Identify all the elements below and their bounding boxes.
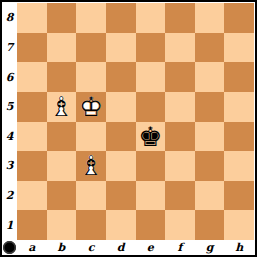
rank-label-5: 5 bbox=[2, 92, 17, 122]
square-b8[interactable] bbox=[47, 3, 77, 33]
square-f2[interactable] bbox=[165, 181, 195, 211]
file-label-c: c bbox=[76, 240, 106, 255]
square-h7[interactable] bbox=[224, 33, 254, 63]
square-h6[interactable] bbox=[224, 62, 254, 92]
square-a7[interactable] bbox=[17, 33, 47, 63]
square-b5[interactable]: ♝♗ bbox=[47, 92, 77, 122]
chess-diagram: 87654321 ♝♗♚♔♚♝♗ abcdefgh bbox=[0, 0, 257, 257]
file-label-b: b bbox=[47, 240, 77, 255]
square-g1[interactable] bbox=[195, 210, 225, 240]
white-king-piece[interactable]: ♚♔ bbox=[76, 92, 106, 122]
square-b7[interactable] bbox=[47, 33, 77, 63]
square-g3[interactable] bbox=[195, 151, 225, 181]
square-c5[interactable]: ♚♔ bbox=[76, 92, 106, 122]
square-g2[interactable] bbox=[195, 181, 225, 211]
black-king-piece[interactable]: ♚ bbox=[136, 122, 166, 152]
file-label-e: e bbox=[136, 240, 166, 255]
square-a4[interactable] bbox=[17, 122, 47, 152]
square-d2[interactable] bbox=[106, 181, 136, 211]
rank-label-4: 4 bbox=[2, 122, 17, 152]
square-g7[interactable] bbox=[195, 33, 225, 63]
square-c1[interactable] bbox=[76, 210, 106, 240]
chess-board: ♝♗♚♔♚♝♗ bbox=[17, 3, 254, 240]
square-e1[interactable] bbox=[136, 210, 166, 240]
square-e2[interactable] bbox=[136, 181, 166, 211]
square-a5[interactable] bbox=[17, 92, 47, 122]
rank-label-6: 6 bbox=[2, 62, 17, 92]
square-h8[interactable] bbox=[224, 3, 254, 33]
square-b3[interactable] bbox=[47, 151, 77, 181]
square-b4[interactable] bbox=[47, 122, 77, 152]
square-f8[interactable] bbox=[165, 3, 195, 33]
square-b2[interactable] bbox=[47, 181, 77, 211]
square-d3[interactable] bbox=[106, 151, 136, 181]
file-label-d: d bbox=[106, 240, 136, 255]
square-f6[interactable] bbox=[165, 62, 195, 92]
square-c3[interactable]: ♝♗ bbox=[76, 151, 106, 181]
square-g6[interactable] bbox=[195, 62, 225, 92]
square-d6[interactable] bbox=[106, 62, 136, 92]
file-label-h: h bbox=[224, 240, 254, 255]
white-bishop-glyph-outline: ♗ bbox=[76, 151, 106, 181]
square-b1[interactable] bbox=[47, 210, 77, 240]
file-label-g: g bbox=[195, 240, 225, 255]
rank-label-1: 1 bbox=[2, 210, 17, 240]
square-d7[interactable] bbox=[106, 33, 136, 63]
file-labels: abcdefgh bbox=[17, 240, 254, 255]
square-h4[interactable] bbox=[224, 122, 254, 152]
square-g4[interactable] bbox=[195, 122, 225, 152]
square-e3[interactable] bbox=[136, 151, 166, 181]
square-a1[interactable] bbox=[17, 210, 47, 240]
square-c2[interactable] bbox=[76, 181, 106, 211]
white-bishop-glyph-outline: ♗ bbox=[47, 92, 77, 122]
square-g5[interactable] bbox=[195, 92, 225, 122]
square-h3[interactable] bbox=[224, 151, 254, 181]
square-e6[interactable] bbox=[136, 62, 166, 92]
rank-labels: 87654321 bbox=[2, 3, 17, 240]
square-e5[interactable] bbox=[136, 92, 166, 122]
square-c7[interactable] bbox=[76, 33, 106, 63]
square-c6[interactable] bbox=[76, 62, 106, 92]
square-f5[interactable] bbox=[165, 92, 195, 122]
square-d5[interactable] bbox=[106, 92, 136, 122]
square-g8[interactable] bbox=[195, 3, 225, 33]
square-f1[interactable] bbox=[165, 210, 195, 240]
square-c8[interactable] bbox=[76, 3, 106, 33]
file-label-a: a bbox=[17, 240, 47, 255]
square-b6[interactable] bbox=[47, 62, 77, 92]
black-king-glyph: ♚ bbox=[136, 122, 166, 152]
rank-label-7: 7 bbox=[2, 33, 17, 63]
white-bishop-piece[interactable]: ♝♗ bbox=[76, 151, 106, 181]
square-f7[interactable] bbox=[165, 33, 195, 63]
square-h1[interactable] bbox=[224, 210, 254, 240]
square-c4[interactable] bbox=[76, 122, 106, 152]
file-label-f: f bbox=[165, 240, 195, 255]
rank-label-3: 3 bbox=[2, 151, 17, 181]
square-d4[interactable] bbox=[106, 122, 136, 152]
white-king-glyph-outline: ♔ bbox=[76, 92, 106, 122]
white-bishop-piece[interactable]: ♝♗ bbox=[47, 92, 77, 122]
square-f3[interactable] bbox=[165, 151, 195, 181]
square-a3[interactable] bbox=[17, 151, 47, 181]
square-a8[interactable] bbox=[17, 3, 47, 33]
square-f4[interactable] bbox=[165, 122, 195, 152]
square-e7[interactable] bbox=[136, 33, 166, 63]
rank-label-8: 8 bbox=[2, 3, 17, 33]
square-a2[interactable] bbox=[17, 181, 47, 211]
black-to-move-indicator bbox=[3, 241, 16, 254]
square-e4[interactable]: ♚ bbox=[136, 122, 166, 152]
square-d8[interactable] bbox=[106, 3, 136, 33]
square-d1[interactable] bbox=[106, 210, 136, 240]
square-e8[interactable] bbox=[136, 3, 166, 33]
square-h2[interactable] bbox=[224, 181, 254, 211]
rank-label-2: 2 bbox=[2, 181, 17, 211]
square-h5[interactable] bbox=[224, 92, 254, 122]
square-a6[interactable] bbox=[17, 62, 47, 92]
